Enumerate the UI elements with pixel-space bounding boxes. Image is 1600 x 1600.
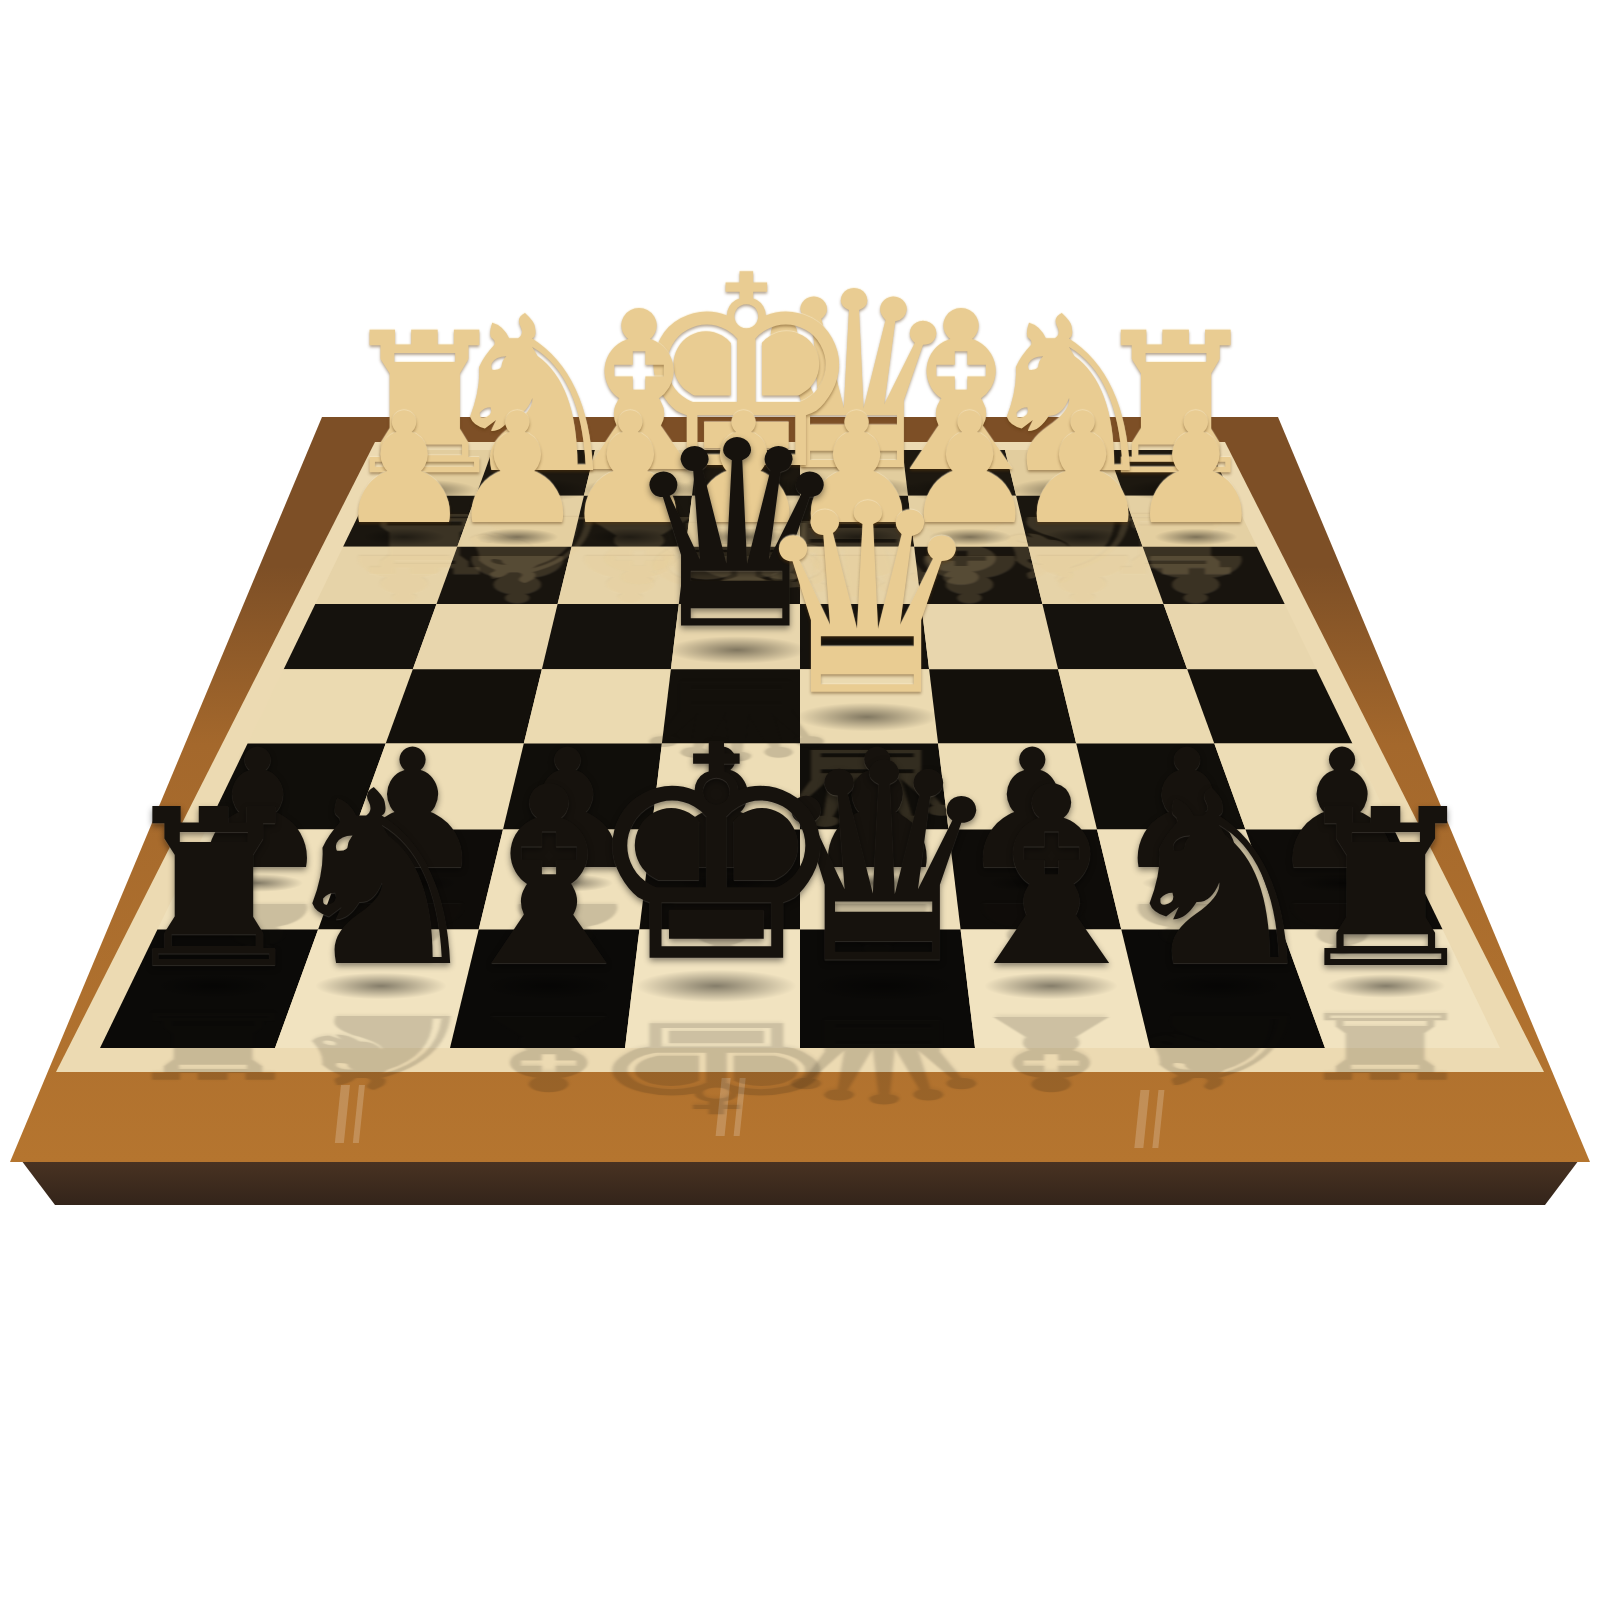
square-g4[interactable] <box>413 604 558 669</box>
square-g1[interactable] <box>476 450 595 496</box>
square-d7[interactable] <box>800 829 961 929</box>
chess-board <box>0 0 1600 1600</box>
square-f4[interactable] <box>542 604 679 669</box>
square-f1[interactable] <box>584 450 698 496</box>
square-d4[interactable] <box>800 604 929 669</box>
square-c1[interactable] <box>903 450 1017 496</box>
square-c5[interactable] <box>929 669 1076 743</box>
square-d5[interactable] <box>800 669 938 743</box>
square-c7[interactable] <box>949 829 1122 929</box>
chess-set-product-photo: ♜♜♞♞♝♝♛♛♚♚♝♝♞♞♜♜♟♟♟♟♟♟♟♟♟♟♟♟♟♟♟♟♛♛♛♛♟♟♟♟… <box>0 0 1600 1600</box>
square-b2[interactable] <box>1016 496 1143 547</box>
square-c2[interactable] <box>908 496 1028 547</box>
square-b1[interactable] <box>1005 450 1124 496</box>
square-f8[interactable] <box>450 930 639 1048</box>
square-c3[interactable] <box>914 547 1042 604</box>
square-e4[interactable] <box>671 604 800 669</box>
square-e5[interactable] <box>662 669 800 743</box>
square-d8[interactable] <box>800 930 975 1048</box>
square-e3[interactable] <box>679 547 800 604</box>
square-d2[interactable] <box>800 496 914 547</box>
square-b5[interactable] <box>1058 669 1214 743</box>
square-f6[interactable] <box>503 744 662 830</box>
square-d6[interactable] <box>800 744 949 830</box>
square-f2[interactable] <box>572 496 692 547</box>
square-d1[interactable] <box>800 450 908 496</box>
square-c8[interactable] <box>961 930 1150 1048</box>
square-g3[interactable] <box>437 547 572 604</box>
square-e1[interactable] <box>692 450 800 496</box>
square-e2[interactable] <box>686 496 800 547</box>
square-d3[interactable] <box>800 547 921 604</box>
square-g2[interactable] <box>457 496 584 547</box>
square-f7[interactable] <box>479 829 652 929</box>
square-e7[interactable] <box>639 829 800 929</box>
square-c6[interactable] <box>938 744 1097 830</box>
square-b4[interactable] <box>1042 604 1187 669</box>
square-e6[interactable] <box>652 744 801 830</box>
square-f5[interactable] <box>524 669 671 743</box>
square-e8[interactable] <box>625 930 800 1048</box>
square-f3[interactable] <box>558 547 686 604</box>
square-c4[interactable] <box>921 604 1058 669</box>
square-g5[interactable] <box>386 669 542 743</box>
square-b3[interactable] <box>1028 547 1163 604</box>
